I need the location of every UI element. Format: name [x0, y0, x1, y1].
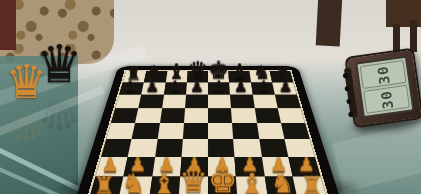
board-frame: ♜♞♝♛♚♝♞♜♟♟♟♟♟♟♟♟♟♟♟♟♟♟♟♟♜♞♝♛♚♝♞♜	[72, 66, 343, 194]
square-b1[interactable]: ♞	[119, 177, 152, 194]
black-pawn[interactable]: ♟	[186, 79, 208, 93]
clock-display-bottom: 30	[363, 85, 410, 114]
white-bishop[interactable]: ♝	[149, 171, 179, 194]
square-a1[interactable]: ♜	[89, 177, 123, 194]
square-e4[interactable]	[208, 123, 233, 139]
black-pawn[interactable]: ♟	[119, 79, 141, 93]
board-3d-wrapper: ♜♞♝♛♚♝♞♜♟♟♟♟♟♟♟♟♟♟♟♟♟♟♟♟♜♞♝♛♚♝♞♜	[72, 66, 343, 194]
white-king[interactable]: ♚	[208, 166, 238, 194]
white-knight[interactable]: ♞	[119, 172, 149, 194]
white-rook[interactable]: ♜	[297, 174, 327, 194]
square-g5[interactable]	[254, 108, 280, 123]
square-a4[interactable]	[106, 123, 135, 139]
square-h5[interactable]	[278, 108, 305, 123]
square-e6[interactable]	[208, 95, 231, 108]
square-c5[interactable]	[160, 108, 185, 123]
square-g7[interactable]: ♟	[251, 82, 275, 94]
chess-clock: 30 30	[344, 47, 421, 128]
square-d1[interactable]: ♛	[178, 177, 208, 194]
spare-black-queen[interactable]: ♛ ♛	[36, 38, 83, 136]
white-rook[interactable]: ♜	[90, 174, 120, 194]
clock-time-top: 30	[374, 64, 392, 85]
square-b6[interactable]	[138, 95, 163, 108]
chess-set-photo: ♛ ♛ ♛ ♛ ♜♞♝♛♚♝♞♜♟♟♟♟♟♟♟♟♟♟♟♟♟♟♟♟♜♞♝♛♚♝♞♜…	[0, 0, 421, 194]
chess-board[interactable]: ♜♞♝♛♚♝♞♜♟♟♟♟♟♟♟♟♟♟♟♟♟♟♟♟♜♞♝♛♚♝♞♜	[86, 70, 330, 194]
square-h1[interactable]: ♜	[292, 177, 326, 194]
square-d5[interactable]	[184, 108, 208, 123]
square-b7[interactable]: ♟	[141, 82, 165, 94]
black-pawn[interactable]: ♟	[142, 79, 164, 93]
square-b4[interactable]	[132, 123, 160, 139]
square-c7[interactable]: ♟	[164, 82, 187, 94]
black-pawn[interactable]: ♟	[230, 79, 252, 93]
square-c4[interactable]	[157, 123, 184, 139]
square-d6[interactable]	[185, 95, 208, 108]
square-h7[interactable]: ♟	[272, 82, 297, 94]
square-g6[interactable]	[252, 95, 277, 108]
square-d4[interactable]	[183, 123, 208, 139]
square-e1[interactable]: ♚	[208, 177, 238, 194]
chair-leg	[410, 20, 417, 52]
wooden-furniture-leg	[316, 0, 343, 47]
white-queen[interactable]: ♛	[178, 167, 208, 194]
square-a7[interactable]: ♟	[119, 82, 144, 94]
white-bishop[interactable]: ♝	[238, 171, 268, 194]
square-h4[interactable]	[281, 123, 310, 139]
square-f7[interactable]: ♟	[229, 82, 252, 94]
clock-time-bottom: 30	[377, 89, 395, 110]
square-h6[interactable]	[275, 95, 301, 108]
black-pawn[interactable]: ♟	[252, 79, 274, 93]
square-g4[interactable]	[257, 123, 285, 139]
square-f5[interactable]	[231, 108, 256, 123]
square-f4[interactable]	[232, 123, 259, 139]
square-d7[interactable]: ♟	[186, 82, 208, 94]
black-pawn[interactable]: ♟	[164, 79, 186, 93]
white-knight[interactable]: ♞	[267, 172, 297, 194]
clock-lcd: 30 30	[355, 56, 414, 119]
black-pawn[interactable]: ♟	[274, 79, 296, 93]
black-queen-piece[interactable]: ♛	[36, 38, 83, 90]
piece-reflection: ♛	[36, 84, 83, 136]
door-frame	[0, 0, 16, 50]
square-e7[interactable]: ♟	[208, 82, 230, 94]
clock-display-top: 30	[360, 60, 407, 89]
square-g1[interactable]: ♞	[264, 177, 297, 194]
square-f1[interactable]: ♝	[236, 177, 267, 194]
square-e5[interactable]	[208, 108, 232, 123]
square-c6[interactable]	[162, 95, 186, 108]
square-f6[interactable]	[230, 95, 254, 108]
square-a5[interactable]	[111, 108, 138, 123]
square-c1[interactable]: ♝	[149, 177, 180, 194]
square-a6[interactable]	[115, 95, 141, 108]
black-pawn[interactable]: ♟	[208, 79, 230, 93]
square-b5[interactable]	[135, 108, 161, 123]
